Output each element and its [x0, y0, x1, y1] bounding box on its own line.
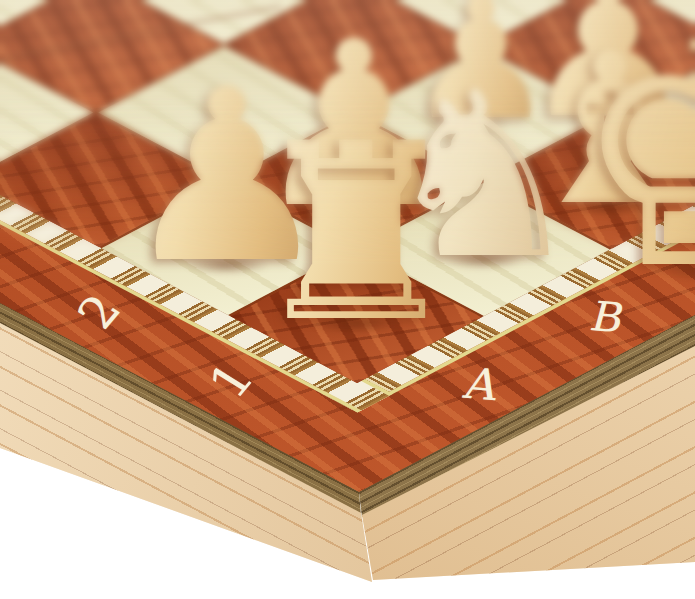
piece-king-d1: ♚ — [569, 0, 695, 314]
piece-rook-a1: ♜ — [246, 111, 466, 356]
product-photo: ♟♟♝♟♞♟♚♜ 2 1 A B — [0, 0, 695, 599]
